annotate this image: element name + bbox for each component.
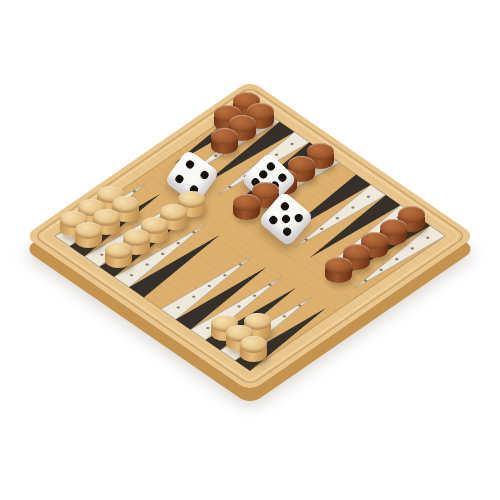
checker-side (97, 197, 124, 212)
checker-side (93, 220, 120, 235)
checker-top (229, 115, 256, 132)
checker-top (123, 229, 150, 246)
die-pip (277, 172, 288, 183)
die-pip (199, 169, 210, 180)
checker-side (160, 215, 187, 230)
checker-top (361, 232, 388, 249)
checker-top (112, 196, 139, 213)
checker-top (211, 128, 238, 145)
die-pip (281, 226, 292, 237)
checker-natural (211, 315, 238, 342)
die-pip (269, 180, 280, 191)
checker-natural (60, 211, 87, 238)
checker-top (78, 199, 105, 216)
checker-brown (247, 103, 274, 130)
checker-side (105, 253, 132, 268)
die-pip (261, 188, 272, 199)
checker-side (244, 324, 271, 339)
checker-top (325, 257, 352, 274)
checker-top (240, 336, 267, 353)
checker-natural (93, 209, 120, 236)
checker-brown (380, 219, 407, 246)
checker-side (112, 207, 139, 222)
checker-natural (105, 242, 132, 269)
checker-brown (398, 206, 425, 233)
checker-side (60, 222, 87, 237)
checker-top (93, 209, 120, 226)
checker-top (75, 222, 102, 239)
checker-side (240, 347, 267, 362)
checker-top (211, 315, 238, 332)
checker-brown (233, 194, 260, 221)
die-pip (265, 161, 276, 172)
checker-side (307, 154, 334, 169)
die-pip (184, 159, 195, 170)
checker-natural (226, 325, 253, 352)
checker-brown (343, 244, 370, 271)
checker-side (398, 217, 425, 232)
checker-side (233, 103, 260, 118)
checker-side (123, 240, 150, 255)
checker-brown (211, 128, 238, 155)
checker-top (247, 103, 274, 120)
die-pip (188, 184, 199, 195)
checker-top (307, 143, 334, 160)
checker-brown (214, 105, 241, 132)
checker-brown (233, 92, 260, 119)
checker-natural (112, 196, 139, 223)
checker-side (211, 326, 238, 341)
checker-natural (141, 217, 168, 244)
die-pip (293, 212, 304, 223)
checker-top (60, 211, 87, 228)
checker-side (78, 210, 105, 225)
checker-side (343, 255, 370, 270)
checker-natural (75, 222, 102, 249)
checker-brown (325, 257, 352, 284)
checker-natural (78, 199, 105, 226)
die-pip (250, 177, 261, 188)
die-pip (268, 214, 279, 225)
checker-side (214, 116, 241, 131)
checker-natural (240, 336, 267, 363)
checker-side (361, 243, 388, 258)
pieces-layer (0, 0, 500, 500)
checker-top (244, 313, 271, 330)
checker-side (247, 114, 274, 129)
backgammon-product-photo (0, 0, 500, 500)
checker-side (75, 233, 102, 248)
die-pip (174, 173, 185, 184)
checker-top (105, 242, 132, 259)
checker-side (233, 205, 260, 220)
checker-brown (229, 115, 256, 142)
checker-side (226, 336, 253, 351)
checker-top (226, 325, 253, 342)
checker-side (141, 228, 168, 243)
checker-side (178, 202, 205, 217)
checker-top (288, 156, 315, 173)
checker-brown (307, 143, 334, 170)
checker-top (160, 204, 187, 221)
checker-natural (244, 313, 271, 340)
checker-brown (361, 232, 388, 259)
checker-side (229, 126, 256, 141)
die-pip (280, 213, 291, 224)
die-pip (279, 201, 290, 212)
checker-natural (123, 229, 150, 256)
checker-side (211, 139, 238, 154)
die-pip (258, 169, 269, 180)
checker-top (380, 219, 407, 236)
checker-top (141, 217, 168, 234)
checker-top (343, 244, 370, 261)
checker-side (380, 230, 407, 245)
checker-side (325, 268, 352, 283)
checker-top (233, 194, 260, 211)
die-showing-4 (164, 149, 220, 205)
checker-top (214, 105, 241, 122)
checker-top (97, 186, 124, 203)
checker-top (398, 206, 425, 223)
checker-natural (160, 204, 187, 231)
checker-top (233, 92, 260, 109)
checker-natural (97, 186, 124, 213)
